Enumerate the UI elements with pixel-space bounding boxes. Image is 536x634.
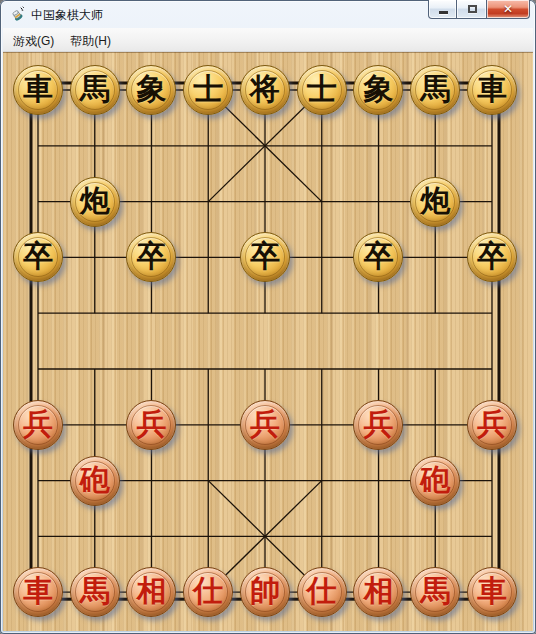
piece-black-soldier[interactable]: 卒 (13, 232, 63, 282)
piece-glyph: 馬 (80, 74, 110, 104)
piece-black-horse[interactable]: 馬 (70, 65, 120, 115)
piece-black-elephant[interactable]: 象 (353, 65, 403, 115)
piece-red-horse[interactable]: 馬 (70, 567, 120, 617)
board-cell: 仕 (293, 564, 350, 620)
board-cell: 馬 (407, 62, 464, 118)
piece-black-elephant[interactable]: 象 (126, 65, 176, 115)
board-cell: 兵 (237, 397, 294, 453)
piece-glyph: 士 (193, 74, 223, 104)
menu-help[interactable]: 帮助(H) (62, 28, 119, 51)
piece-red-horse[interactable]: 馬 (410, 567, 460, 617)
piece-glyph: 兵 (363, 409, 393, 439)
piece-glyph: 将 (250, 74, 280, 104)
piece-glyph: 炮 (420, 186, 450, 216)
minimize-icon (439, 11, 448, 14)
board-cell: 兵 (10, 397, 67, 453)
piece-glyph: 車 (477, 576, 507, 606)
board-cell: 卒 (350, 229, 407, 285)
board-cell: 卒 (464, 229, 521, 285)
piece-glyph: 兵 (477, 409, 507, 439)
title-bar[interactable]: 中国象棋大师 ✕ (0, 0, 536, 28)
xiangqi-board[interactable]: 車馬象士将士象馬車炮炮卒卒卒卒卒兵兵兵兵兵砲砲車馬相仕帥仕相馬車 (3, 52, 533, 631)
piece-glyph: 兵 (136, 409, 166, 439)
piece-black-general[interactable]: 将 (240, 65, 290, 115)
board-cell: 砲 (66, 453, 123, 509)
board-cell: 兵 (350, 397, 407, 453)
piece-glyph: 馬 (420, 74, 450, 104)
piece-glyph: 仕 (193, 576, 223, 606)
piece-glyph: 仕 (307, 576, 337, 606)
piece-layer: 車馬象士将士象馬車炮炮卒卒卒卒卒兵兵兵兵兵砲砲車馬相仕帥仕相馬車 (10, 62, 521, 620)
piece-glyph: 相 (363, 576, 393, 606)
piece-glyph: 象 (363, 74, 393, 104)
app-window: 中国象棋大师 ✕ 游戏(G) 帮助(H) 車馬象士将士象馬車炮炮卒卒卒卒卒兵兵兵… (0, 0, 536, 634)
board-cell: 兵 (123, 397, 180, 453)
board-cell: 兵 (464, 397, 521, 453)
board-cell: 卒 (237, 229, 294, 285)
board-cell: 炮 (66, 174, 123, 230)
board-cell: 士 (293, 62, 350, 118)
piece-black-advisor[interactable]: 士 (297, 65, 347, 115)
app-icon (9, 6, 25, 22)
piece-glyph: 卒 (250, 241, 280, 271)
board-cell: 車 (464, 62, 521, 118)
piece-red-soldier[interactable]: 兵 (353, 400, 403, 450)
board-cell: 馬 (407, 564, 464, 620)
board-cell: 馬 (66, 564, 123, 620)
piece-black-soldier[interactable]: 卒 (126, 232, 176, 282)
piece-black-chariot[interactable]: 車 (467, 65, 517, 115)
board-cell: 車 (464, 564, 521, 620)
piece-black-advisor[interactable]: 士 (183, 65, 233, 115)
piece-red-chariot[interactable]: 車 (467, 567, 517, 617)
board-cell: 卒 (10, 229, 67, 285)
piece-black-cannon[interactable]: 炮 (70, 177, 120, 227)
board-cell: 車 (10, 564, 67, 620)
board-cell: 車 (10, 62, 67, 118)
piece-glyph: 車 (477, 74, 507, 104)
board-cell: 馬 (66, 62, 123, 118)
piece-black-cannon[interactable]: 炮 (410, 177, 460, 227)
piece-glyph: 兵 (23, 409, 53, 439)
board-cell: 将 (237, 62, 294, 118)
piece-glyph: 帥 (250, 576, 280, 606)
board-cell: 砲 (407, 453, 464, 509)
piece-glyph: 砲 (420, 465, 450, 495)
window-title: 中国象棋大师 (31, 7, 103, 24)
piece-glyph: 砲 (80, 465, 110, 495)
window-controls: ✕ (428, 0, 530, 19)
close-button[interactable]: ✕ (486, 0, 530, 19)
piece-glyph: 卒 (363, 241, 393, 271)
piece-black-soldier[interactable]: 卒 (353, 232, 403, 282)
maximize-button[interactable] (457, 0, 486, 19)
board-cell: 象 (350, 62, 407, 118)
piece-glyph: 卒 (477, 241, 507, 271)
board-cell: 帥 (237, 564, 294, 620)
piece-glyph: 兵 (250, 409, 280, 439)
piece-red-soldier[interactable]: 兵 (240, 400, 290, 450)
piece-red-soldier[interactable]: 兵 (126, 400, 176, 450)
piece-black-soldier[interactable]: 卒 (240, 232, 290, 282)
piece-glyph: 馬 (80, 576, 110, 606)
board-cell: 炮 (407, 174, 464, 230)
piece-red-general[interactable]: 帥 (240, 567, 290, 617)
piece-glyph: 車 (23, 576, 53, 606)
maximize-icon (468, 5, 477, 13)
menu-bar: 游戏(G) 帮助(H) (3, 28, 533, 52)
piece-glyph: 馬 (420, 576, 450, 606)
piece-glyph: 士 (307, 74, 337, 104)
close-icon: ✕ (487, 2, 529, 16)
piece-black-chariot[interactable]: 車 (13, 65, 63, 115)
board-cell: 相 (350, 564, 407, 620)
board-cell: 士 (180, 62, 237, 118)
piece-black-horse[interactable]: 馬 (410, 65, 460, 115)
piece-red-cannon[interactable]: 砲 (410, 456, 460, 506)
piece-red-soldier[interactable]: 兵 (13, 400, 63, 450)
piece-red-advisor[interactable]: 仕 (183, 567, 233, 617)
piece-red-soldier[interactable]: 兵 (467, 400, 517, 450)
piece-glyph: 相 (136, 576, 166, 606)
piece-glyph: 炮 (80, 186, 110, 216)
piece-red-cannon[interactable]: 砲 (70, 456, 120, 506)
board-cell: 仕 (180, 564, 237, 620)
piece-red-elephant[interactable]: 相 (353, 567, 403, 617)
piece-red-elephant[interactable]: 相 (126, 567, 176, 617)
piece-glyph: 卒 (23, 241, 53, 271)
piece-glyph: 車 (23, 74, 53, 104)
minimize-button[interactable] (428, 0, 457, 19)
board-cell: 卒 (123, 229, 180, 285)
piece-glyph: 象 (136, 74, 166, 104)
board-cell: 相 (123, 564, 180, 620)
piece-red-chariot[interactable]: 車 (13, 567, 63, 617)
piece-red-advisor[interactable]: 仕 (297, 567, 347, 617)
piece-black-soldier[interactable]: 卒 (467, 232, 517, 282)
board-cell: 象 (123, 62, 180, 118)
menu-game[interactable]: 游戏(G) (5, 28, 62, 51)
piece-glyph: 卒 (136, 241, 166, 271)
